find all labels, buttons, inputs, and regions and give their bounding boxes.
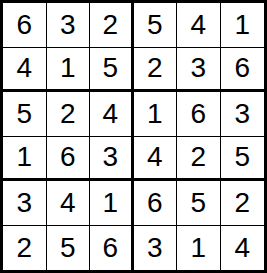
cell-r4c1[interactable]: 1 [3,137,47,182]
cell-r3c6[interactable]: 3 [221,92,265,137]
cell-r1c5[interactable]: 4 [177,3,221,48]
cell-r6c2[interactable]: 5 [47,226,91,271]
cell-r6c5[interactable]: 1 [177,226,221,271]
cell-r1c3[interactable]: 2 [90,3,134,48]
cell-r4c2[interactable]: 6 [47,137,91,182]
sudoku-board: 632541415236524163163425341652256314 [0,0,267,273]
cell-r1c1[interactable]: 6 [3,3,47,48]
cell-r4c5[interactable]: 2 [177,137,221,182]
cell-r5c6[interactable]: 2 [221,181,265,226]
cell-r5c1[interactable]: 3 [3,181,47,226]
cell-r2c5[interactable]: 3 [177,48,221,93]
cell-r2c6[interactable]: 6 [221,48,265,93]
cell-r5c3[interactable]: 1 [90,181,134,226]
cell-r2c2[interactable]: 1 [47,48,91,93]
cell-r6c3[interactable]: 6 [90,226,134,271]
cell-r3c1[interactable]: 5 [3,92,47,137]
cell-r3c3[interactable]: 4 [90,92,134,137]
cell-r4c4[interactable]: 4 [134,137,178,182]
cell-r5c2[interactable]: 4 [47,181,91,226]
cell-r3c5[interactable]: 6 [177,92,221,137]
cell-r1c6[interactable]: 1 [221,3,265,48]
cell-r6c1[interactable]: 2 [3,226,47,271]
cell-r1c4[interactable]: 5 [134,3,178,48]
cell-r6c6[interactable]: 4 [221,226,265,271]
cell-r6c4[interactable]: 3 [134,226,178,271]
cell-r4c3[interactable]: 3 [90,137,134,182]
cell-r2c4[interactable]: 2 [134,48,178,93]
cell-r2c1[interactable]: 4 [3,48,47,93]
cell-r4c6[interactable]: 5 [221,137,265,182]
cell-r5c5[interactable]: 5 [177,181,221,226]
cell-r5c4[interactable]: 6 [134,181,178,226]
cell-r2c3[interactable]: 5 [90,48,134,93]
cell-r3c4[interactable]: 1 [134,92,178,137]
cell-r3c2[interactable]: 2 [47,92,91,137]
cell-r1c2[interactable]: 3 [47,3,91,48]
